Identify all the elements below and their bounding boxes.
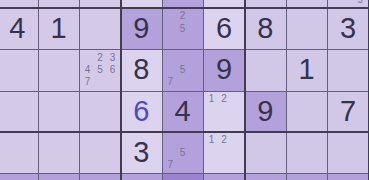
cell-F1[interactable] xyxy=(0,173,38,180)
pencil-mark-2: 2 xyxy=(218,93,230,105)
pencil-marks: 25 xyxy=(164,10,201,47)
box-border-horizontal-2 xyxy=(0,131,369,133)
pencil-mark-5: 5 xyxy=(94,64,106,76)
given-digit: 6 xyxy=(216,14,232,43)
cell-E7[interactable] xyxy=(245,132,286,173)
cell-C1[interactable] xyxy=(0,49,38,90)
pencil-mark-5: 5 xyxy=(176,22,188,34)
cell-D4[interactable]: 6 xyxy=(121,91,162,132)
cell-F2[interactable] xyxy=(38,173,79,180)
cell-F8[interactable] xyxy=(286,173,327,180)
cell-F7[interactable] xyxy=(245,173,286,180)
sudoku-grid: 9419256832345678579164129735712 xyxy=(0,0,369,180)
pencil-mark-1: 1 xyxy=(205,93,217,105)
cell-D8[interactable] xyxy=(286,91,327,132)
pencil-marks: 12 xyxy=(205,93,242,130)
cell-E5[interactable]: 57 xyxy=(162,132,203,173)
cell-F6[interactable] xyxy=(203,173,244,180)
cell-B2[interactable]: 1 xyxy=(38,8,79,49)
given-digit: 3 xyxy=(133,138,149,167)
pencil-marks: 234567 xyxy=(81,51,118,88)
given-digit: 1 xyxy=(51,14,67,43)
pencil-mark-7: 7 xyxy=(81,76,93,88)
pencil-marks: 12 xyxy=(205,134,242,171)
box-border-horizontal-1 xyxy=(0,7,369,9)
cell-E8[interactable] xyxy=(286,132,327,173)
cell-E9[interactable] xyxy=(327,132,368,173)
cell-D3[interactable] xyxy=(79,91,120,132)
given-digit: 8 xyxy=(257,14,273,43)
given-digit: 8 xyxy=(133,55,149,84)
cell-E4[interactable]: 3 xyxy=(121,132,162,173)
cell-E3[interactable] xyxy=(79,132,120,173)
cell-E6[interactable]: 12 xyxy=(203,132,244,173)
pencil-mark-7: 7 xyxy=(164,76,176,88)
cell-B5[interactable]: 25 xyxy=(162,8,203,49)
cell-B8[interactable] xyxy=(286,8,327,49)
cell-F9[interactable] xyxy=(327,173,368,180)
given-digit: 9 xyxy=(216,55,232,84)
cell-D9[interactable]: 7 xyxy=(327,91,368,132)
cell-C4[interactable]: 8 xyxy=(121,49,162,90)
pencil-mark-9: 9 xyxy=(354,0,366,6)
box-border-vertical-1 xyxy=(120,0,122,180)
pencil-mark-2: 2 xyxy=(218,134,230,146)
cell-D5[interactable]: 4 xyxy=(162,91,203,132)
pencil-mark-5: 5 xyxy=(176,146,188,158)
user-digit: 6 xyxy=(133,97,149,126)
cell-C7[interactable] xyxy=(245,49,286,90)
pencil-mark-7: 7 xyxy=(164,159,176,171)
given-digit: 1 xyxy=(299,55,315,84)
cell-E2[interactable] xyxy=(38,132,79,173)
cell-C5[interactable]: 57 xyxy=(162,49,203,90)
box-border-vertical-2 xyxy=(244,0,246,180)
cell-B4[interactable]: 9 xyxy=(121,8,162,49)
cell-C9[interactable] xyxy=(327,49,368,90)
pencil-marks: 57 xyxy=(164,51,201,88)
cell-D7[interactable]: 9 xyxy=(245,91,286,132)
cell-B7[interactable]: 8 xyxy=(245,8,286,49)
pencil-mark-1: 1 xyxy=(205,134,217,146)
cell-C8[interactable]: 1 xyxy=(286,49,327,90)
given-digit: 9 xyxy=(133,14,149,43)
given-digit: 3 xyxy=(340,14,356,43)
cell-F4[interactable] xyxy=(121,173,162,180)
pencil-mark-6: 6 xyxy=(106,64,118,76)
cell-D1[interactable] xyxy=(0,91,38,132)
cell-F5[interactable] xyxy=(162,173,203,180)
pencil-mark-5: 5 xyxy=(176,64,188,76)
cell-F3[interactable] xyxy=(79,173,120,180)
given-digit: 4 xyxy=(9,14,25,43)
given-digit: 9 xyxy=(257,97,273,126)
pencil-marks: 57 xyxy=(164,134,201,171)
given-digit: 4 xyxy=(175,97,191,126)
pencil-mark-2: 2 xyxy=(176,10,188,22)
cell-B9[interactable]: 3 xyxy=(327,8,368,49)
pencil-marks: 9 xyxy=(329,0,366,6)
pencil-mark-4: 4 xyxy=(81,64,93,76)
sudoku-board-crop: 9419256832345678579164129735712 xyxy=(0,0,369,180)
pencil-mark-2: 2 xyxy=(94,51,106,63)
cell-C6[interactable]: 9 xyxy=(203,49,244,90)
cell-D6[interactable]: 12 xyxy=(203,91,244,132)
cell-E1[interactable] xyxy=(0,132,38,173)
cell-C3[interactable]: 234567 xyxy=(79,49,120,90)
given-digit: 7 xyxy=(340,97,356,126)
cell-B3[interactable] xyxy=(79,8,120,49)
pencil-mark-3: 3 xyxy=(106,51,118,63)
cell-D2[interactable] xyxy=(38,91,79,132)
cell-C2[interactable] xyxy=(38,49,79,90)
cell-B6[interactable]: 6 xyxy=(203,8,244,49)
cell-B1[interactable]: 4 xyxy=(0,8,38,49)
